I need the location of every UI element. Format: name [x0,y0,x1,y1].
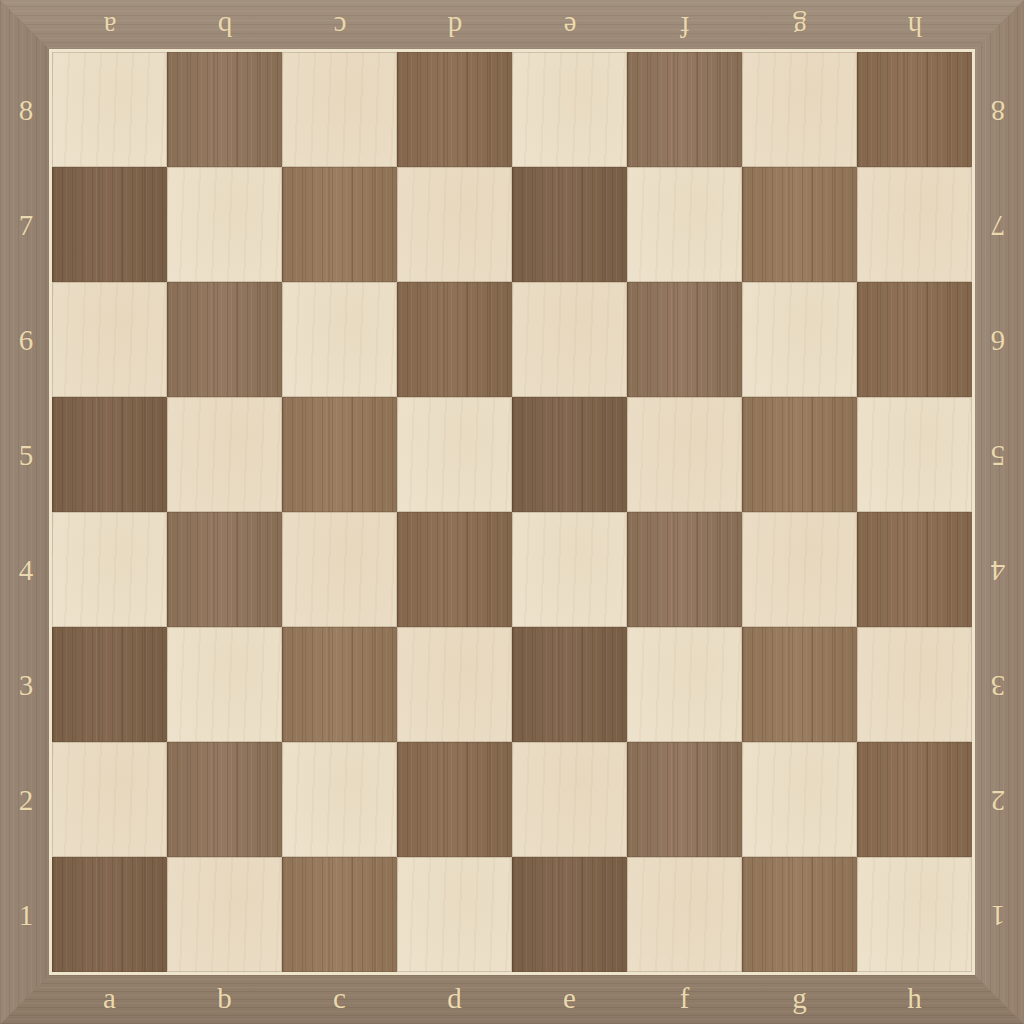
board-frame-bottom [0,972,1024,1024]
square-d5[interactable] [397,397,512,512]
square-b8[interactable] [167,52,282,167]
rank-label-right-2: 2 [991,785,1006,814]
square-e5[interactable] [512,397,627,512]
file-label-bottom-a: a [103,984,116,1013]
square-f5[interactable] [627,397,742,512]
square-c3[interactable] [282,627,397,742]
file-label-top-c: c [333,12,346,41]
square-a4[interactable] [52,512,167,627]
file-label-top-g: g [792,12,807,41]
square-g7[interactable] [742,167,857,282]
file-label-bottom-h: h [907,984,922,1013]
rank-label-right-7: 7 [991,210,1006,239]
square-c8[interactable] [282,52,397,167]
square-c7[interactable] [282,167,397,282]
square-h3[interactable] [857,627,972,742]
square-d2[interactable] [397,742,512,857]
square-e8[interactable] [512,52,627,167]
square-f7[interactable] [627,167,742,282]
square-f1[interactable] [627,857,742,972]
square-e1[interactable] [512,857,627,972]
file-label-bottom-e: e [563,984,576,1013]
square-d4[interactable] [397,512,512,627]
file-label-bottom-b: b [217,984,232,1013]
square-e2[interactable] [512,742,627,857]
square-g2[interactable] [742,742,857,857]
square-b4[interactable] [167,512,282,627]
file-label-bottom-d: d [447,984,462,1013]
square-d8[interactable] [397,52,512,167]
square-a7[interactable] [52,167,167,282]
square-f4[interactable] [627,512,742,627]
rank-label-right-8: 8 [991,95,1006,124]
square-b5[interactable] [167,397,282,512]
square-h4[interactable] [857,512,972,627]
square-b7[interactable] [167,167,282,282]
rank-label-right-4: 4 [991,555,1006,584]
rank-label-left-7: 7 [19,210,34,239]
square-e3[interactable] [512,627,627,742]
square-g5[interactable] [742,397,857,512]
square-b2[interactable] [167,742,282,857]
rank-label-left-8: 8 [19,95,34,124]
file-label-top-f: f [680,12,690,41]
rank-label-left-3: 3 [19,670,34,699]
square-a3[interactable] [52,627,167,742]
square-g3[interactable] [742,627,857,742]
square-e4[interactable] [512,512,627,627]
square-c1[interactable] [282,857,397,972]
file-label-top-a: a [103,12,116,41]
rank-label-left-4: 4 [19,555,34,584]
board-frame-top [0,0,1024,52]
rank-label-left-1: 1 [19,900,34,929]
square-h6[interactable] [857,282,972,397]
square-c4[interactable] [282,512,397,627]
square-a5[interactable] [52,397,167,512]
square-a6[interactable] [52,282,167,397]
square-b6[interactable] [167,282,282,397]
square-b3[interactable] [167,627,282,742]
square-g6[interactable] [742,282,857,397]
file-label-bottom-g: g [792,984,807,1013]
square-d7[interactable] [397,167,512,282]
file-label-top-b: b [217,12,232,41]
square-h5[interactable] [857,397,972,512]
chessboard-photo: aa88bb77cc66dd55ee44ff33gg22hh11 [0,0,1024,1024]
rank-label-right-5: 5 [991,440,1006,469]
square-d1[interactable] [397,857,512,972]
square-f3[interactable] [627,627,742,742]
square-d6[interactable] [397,282,512,397]
square-d3[interactable] [397,627,512,742]
file-label-bottom-c: c [333,984,346,1013]
square-a1[interactable] [52,857,167,972]
square-h8[interactable] [857,52,972,167]
square-h2[interactable] [857,742,972,857]
square-f6[interactable] [627,282,742,397]
file-label-bottom-f: f [680,984,690,1013]
square-f2[interactable] [627,742,742,857]
square-c5[interactable] [282,397,397,512]
rank-label-right-6: 6 [991,325,1006,354]
rank-label-left-6: 6 [19,325,34,354]
square-f8[interactable] [627,52,742,167]
square-c6[interactable] [282,282,397,397]
board-grid [49,49,975,975]
square-g8[interactable] [742,52,857,167]
rank-label-left-5: 5 [19,440,34,469]
square-h1[interactable] [857,857,972,972]
square-e7[interactable] [512,167,627,282]
square-c2[interactable] [282,742,397,857]
board-frame-right [972,0,1024,1024]
file-label-top-e: e [563,12,576,41]
square-g1[interactable] [742,857,857,972]
square-e6[interactable] [512,282,627,397]
rank-label-left-2: 2 [19,785,34,814]
square-a8[interactable] [52,52,167,167]
rank-label-right-3: 3 [991,670,1006,699]
board-frame-left [0,0,52,1024]
rank-label-right-1: 1 [991,900,1006,929]
file-label-top-d: d [447,12,462,41]
square-g4[interactable] [742,512,857,627]
square-h7[interactable] [857,167,972,282]
square-b1[interactable] [167,857,282,972]
square-a2[interactable] [52,742,167,857]
file-label-top-h: h [907,12,922,41]
